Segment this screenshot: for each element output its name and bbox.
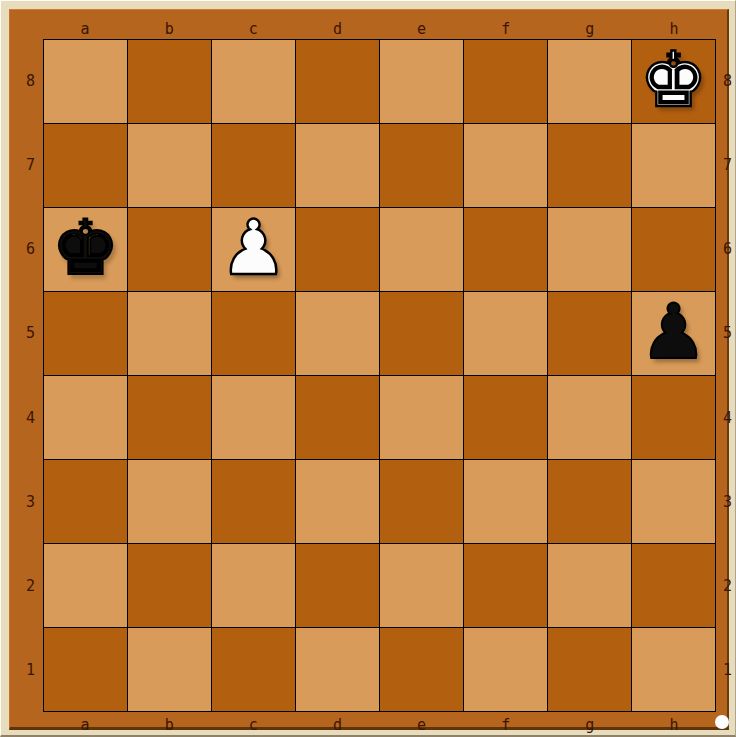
file-label-bottom-h: h [632,713,716,737]
piece-black-pawn[interactable]: ♟ [639,294,707,370]
rank-label-right-7: 7 [717,123,736,207]
rank-label-left-7: 7 [18,123,43,207]
square-c5[interactable] [212,292,295,375]
file-label-bottom-e: e [380,713,464,737]
square-e4[interactable] [380,376,463,459]
file-labels-top: abcdefgh [43,18,716,39]
square-g6[interactable] [548,208,631,291]
square-d6[interactable] [296,208,379,291]
square-b7[interactable] [128,124,211,207]
rank-label-left-5: 5 [18,291,43,375]
file-label-bottom-g: g [548,713,632,737]
square-f4[interactable] [464,376,547,459]
file-label-top-e: e [380,18,464,39]
rank-label-left-1: 1 [18,628,43,712]
square-f3[interactable] [464,460,547,543]
square-f2[interactable] [464,544,547,627]
square-g1[interactable] [548,628,631,711]
rank-label-left-2: 2 [18,544,43,628]
turn-indicator-white-dot [715,715,729,729]
square-h7[interactable] [632,124,715,207]
square-f1[interactable] [464,628,547,711]
square-a2[interactable] [44,544,127,627]
square-d3[interactable] [296,460,379,543]
square-d2[interactable] [296,544,379,627]
rank-label-right-3: 3 [717,460,736,544]
square-a8[interactable] [44,40,127,123]
rank-label-left-3: 3 [18,460,43,544]
square-e2[interactable] [380,544,463,627]
square-b8[interactable] [128,40,211,123]
rank-label-left-6: 6 [18,207,43,291]
square-c1[interactable] [212,628,295,711]
square-h5[interactable]: ♟ [632,292,715,375]
file-label-bottom-a: a [43,713,127,737]
square-h4[interactable] [632,376,715,459]
square-g2[interactable] [548,544,631,627]
square-a5[interactable] [44,292,127,375]
rank-label-right-4: 4 [717,376,736,460]
square-f7[interactable] [464,124,547,207]
rank-label-right-8: 8 [717,39,736,123]
square-g8[interactable] [548,40,631,123]
square-h6[interactable] [632,208,715,291]
square-e8[interactable] [380,40,463,123]
rank-label-left-4: 4 [18,376,43,460]
square-a6[interactable]: ♚ [44,208,127,291]
rank-label-right-1: 1 [717,628,736,712]
board-panel: abcdefgh abcdefgh 87654321 87654321 ♚♚♟♟ [9,9,729,730]
square-g4[interactable] [548,376,631,459]
square-b1[interactable] [128,628,211,711]
square-b5[interactable] [128,292,211,375]
rank-label-right-5: 5 [717,291,736,375]
square-a7[interactable] [44,124,127,207]
file-label-top-d: d [295,18,379,39]
square-h3[interactable] [632,460,715,543]
square-b3[interactable] [128,460,211,543]
square-e3[interactable] [380,460,463,543]
square-d1[interactable] [296,628,379,711]
square-g5[interactable] [548,292,631,375]
square-c4[interactable] [212,376,295,459]
square-c8[interactable] [212,40,295,123]
square-f6[interactable] [464,208,547,291]
square-c7[interactable] [212,124,295,207]
square-e5[interactable] [380,292,463,375]
square-d4[interactable] [296,376,379,459]
square-d8[interactable] [296,40,379,123]
square-a4[interactable] [44,376,127,459]
file-label-top-a: a [43,18,127,39]
file-label-top-g: g [548,18,632,39]
chess-board: ♚♚♟♟ [43,39,716,712]
square-c2[interactable] [212,544,295,627]
file-label-bottom-f: f [464,713,548,737]
file-labels-bottom: abcdefgh [43,713,716,737]
square-f8[interactable] [464,40,547,123]
square-e7[interactable] [380,124,463,207]
square-g3[interactable] [548,460,631,543]
square-c6[interactable]: ♟ [212,208,295,291]
outer-frame: abcdefgh abcdefgh 87654321 87654321 ♚♚♟♟ [0,0,736,737]
square-a1[interactable] [44,628,127,711]
rank-label-right-6: 6 [717,207,736,291]
square-e1[interactable] [380,628,463,711]
square-c3[interactable] [212,460,295,543]
square-e6[interactable] [380,208,463,291]
file-label-top-b: b [127,18,211,39]
file-label-bottom-b: b [127,713,211,737]
piece-white-king[interactable]: ♚ [639,42,707,118]
file-label-top-c: c [211,18,295,39]
square-h8[interactable]: ♚ [632,40,715,123]
square-d7[interactable] [296,124,379,207]
file-label-bottom-c: c [211,713,295,737]
rank-label-right-2: 2 [717,544,736,628]
square-f5[interactable] [464,292,547,375]
square-b6[interactable] [128,208,211,291]
square-d5[interactable] [296,292,379,375]
square-a3[interactable] [44,460,127,543]
square-h1[interactable] [632,628,715,711]
rank-labels-right: 87654321 [717,39,736,712]
rank-labels-left: 87654321 [18,39,43,712]
file-label-top-f: f [464,18,548,39]
square-g7[interactable] [548,124,631,207]
square-b2[interactable] [128,544,211,627]
rank-label-left-8: 8 [18,39,43,123]
square-b4[interactable] [128,376,211,459]
piece-white-pawn[interactable]: ♟ [219,210,287,286]
piece-black-king[interactable]: ♚ [51,210,119,286]
square-h2[interactable] [632,544,715,627]
file-label-bottom-d: d [295,713,379,737]
